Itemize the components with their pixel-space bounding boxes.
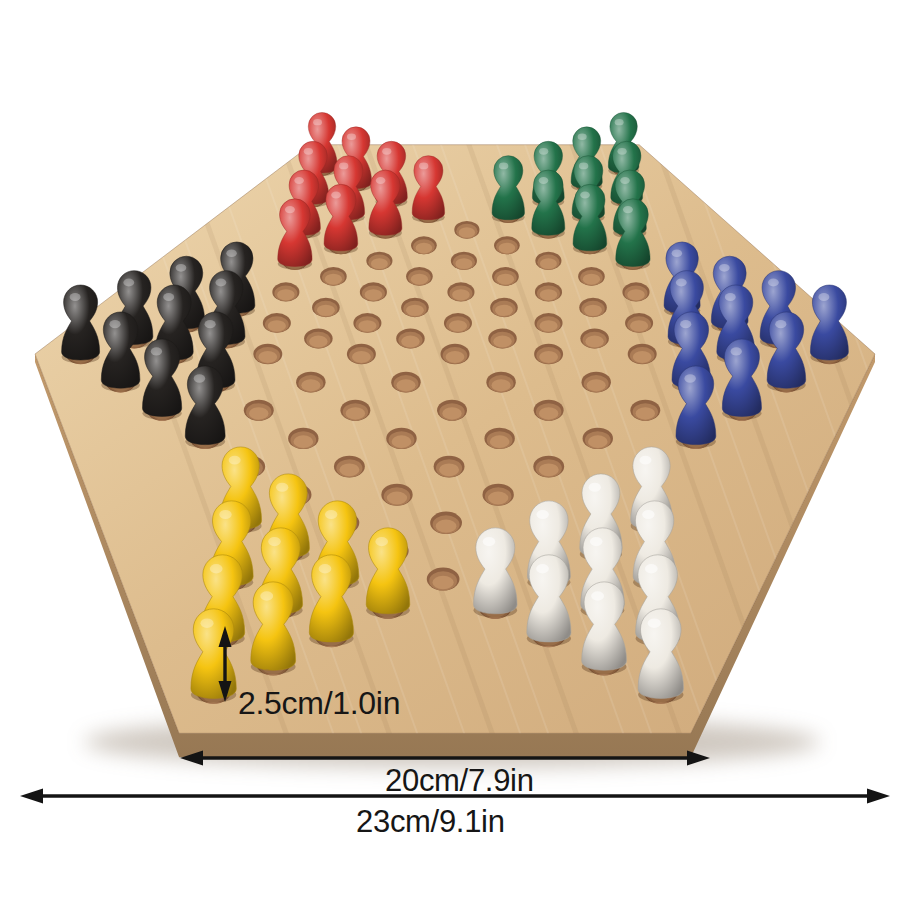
hole-12-7[interactable] [630,400,660,421]
hole-6-4[interactable] [353,313,381,333]
hole-8-5[interactable] [437,400,467,421]
board-top-face [35,145,875,734]
hole-6-3[interactable] [360,282,387,301]
hole-10-5[interactable] [534,344,563,364]
hole-8-3[interactable] [444,313,472,333]
hole-7-4[interactable] [396,328,425,348]
hole-5-3[interactable] [320,267,347,286]
hole-8-2[interactable] [447,282,474,301]
hole-12-6[interactable] [628,344,657,364]
hole-4-5[interactable] [263,313,291,333]
hole-11-5[interactable] [580,328,609,348]
hole-6-6[interactable] [340,400,370,421]
hole-9-1[interactable] [494,236,520,254]
hole-10-3[interactable] [535,282,562,301]
hole-11-4[interactable] [579,298,607,317]
hole-7-1[interactable] [411,236,437,254]
hole-11-7[interactable] [583,428,613,449]
hole-10-2[interactable] [535,252,561,270]
hole-9-3[interactable] [490,298,518,317]
chinese-checkers-board [35,100,900,800]
hole-12-5[interactable] [625,313,653,333]
hole-11-3[interactable] [578,267,605,286]
hole-8-6[interactable] [434,456,465,478]
hole-6-7[interactable] [334,456,365,478]
peg-height-label: 2.5cm/1.0in [238,686,400,721]
hole-6-5[interactable] [347,344,376,364]
hole-4-4[interactable] [272,282,299,301]
hole-5-6[interactable] [296,372,325,393]
hole-8-8[interactable] [427,568,460,591]
hole-10-4[interactable] [535,313,563,333]
hole-4-7[interactable] [244,400,274,421]
hole-9-6[interactable] [484,428,514,449]
hole-11-6[interactable] [581,372,610,393]
hole-5-5[interactable] [304,328,333,348]
hole-9-7[interactable] [482,484,513,506]
hole-4-6[interactable] [253,344,282,364]
hole-9-2[interactable] [492,267,519,286]
hole-8-0[interactable] [454,221,479,239]
hole-10-6[interactable] [534,400,564,421]
hole-7-3[interactable] [401,298,429,317]
hole-5-4[interactable] [312,298,340,317]
hole-9-5[interactable] [486,372,515,393]
hole-8-4[interactable] [441,344,470,364]
hole-12-4[interactable] [622,282,649,301]
hole-9-4[interactable] [488,328,517,348]
hole-5-7[interactable] [288,428,318,449]
hole-7-2[interactable] [406,267,433,286]
total-width-label: 23cm/9.1in [356,805,505,839]
hole-8-1[interactable] [451,252,477,270]
playfield-width-label: 20cm/7.9in [385,764,534,798]
hole-7-6[interactable] [386,428,416,449]
hole-7-5[interactable] [391,372,420,393]
product-photo: 2.5cm/1.0in 20cm/7.9in 23cm/9.1in [0,0,900,900]
hole-7-7[interactable] [381,484,412,506]
hole-6-2[interactable] [366,252,392,270]
hole-8-7[interactable] [430,512,462,534]
hole-10-7[interactable] [533,456,564,478]
